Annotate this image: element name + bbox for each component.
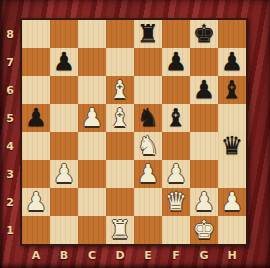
file-label-h: H: [218, 246, 246, 264]
white-knight-e4[interactable]: ♞: [137, 132, 159, 160]
square-c7[interactable]: [78, 48, 106, 76]
rank-label-6: 6: [0, 76, 20, 104]
square-e1[interactable]: [134, 216, 162, 244]
black-knight-e5[interactable]: ♞: [137, 104, 159, 132]
chess-board-window: 87654321 ♜♚♟♟♟♝♟♝♟♟♝♞♝♞♛♟♟♟♟♛♟♟♜♚ ABCDEF…: [0, 0, 270, 268]
square-b8[interactable]: [50, 20, 78, 48]
square-d5[interactable]: ♝: [106, 104, 134, 132]
black-pawn-a5[interactable]: ♟: [25, 104, 47, 132]
square-c2[interactable]: [78, 188, 106, 216]
square-e7[interactable]: [134, 48, 162, 76]
square-d1[interactable]: ♜: [106, 216, 134, 244]
black-pawn-h7[interactable]: ♟: [221, 48, 243, 76]
rank-label-2: 2: [0, 188, 20, 216]
square-e4[interactable]: ♞: [134, 132, 162, 160]
black-pawn-g6[interactable]: ♟: [193, 76, 215, 104]
rank-label-8: 8: [0, 20, 20, 48]
square-h2[interactable]: ♟: [218, 188, 246, 216]
square-d6[interactable]: ♝: [106, 76, 134, 104]
square-g5[interactable]: [190, 104, 218, 132]
square-a2[interactable]: ♟: [22, 188, 50, 216]
white-bishop-d6[interactable]: ♝: [109, 76, 131, 104]
square-b4[interactable]: [50, 132, 78, 160]
white-pawn-a2[interactable]: ♟: [25, 188, 47, 216]
file-label-g: G: [190, 246, 218, 264]
square-a1[interactable]: [22, 216, 50, 244]
file-label-f: F: [162, 246, 190, 264]
black-pawn-b7[interactable]: ♟: [53, 48, 75, 76]
file-labels: ABCDEFGH: [22, 246, 246, 264]
square-d4[interactable]: [106, 132, 134, 160]
square-b3[interactable]: ♟: [50, 160, 78, 188]
square-g2[interactable]: ♟: [190, 188, 218, 216]
square-f8[interactable]: [162, 20, 190, 48]
white-rook-d1[interactable]: ♜: [109, 216, 131, 244]
square-h1[interactable]: [218, 216, 246, 244]
square-f1[interactable]: [162, 216, 190, 244]
black-bishop-f5[interactable]: ♝: [165, 104, 187, 132]
square-h8[interactable]: [218, 20, 246, 48]
black-rook-e8[interactable]: ♜: [137, 20, 159, 48]
square-c6[interactable]: [78, 76, 106, 104]
square-h5[interactable]: [218, 104, 246, 132]
white-pawn-b3[interactable]: ♟: [53, 160, 75, 188]
black-bishop-h6[interactable]: ♝: [221, 76, 243, 104]
rank-label-7: 7: [0, 48, 20, 76]
white-pawn-h2[interactable]: ♟: [221, 188, 243, 216]
square-c4[interactable]: [78, 132, 106, 160]
square-b5[interactable]: [50, 104, 78, 132]
file-label-a: A: [22, 246, 50, 264]
white-pawn-f3[interactable]: ♟: [165, 160, 187, 188]
square-d2[interactable]: [106, 188, 134, 216]
file-label-c: C: [78, 246, 106, 264]
square-c8[interactable]: [78, 20, 106, 48]
square-b7[interactable]: ♟: [50, 48, 78, 76]
square-g6[interactable]: ♟: [190, 76, 218, 104]
white-pawn-c5[interactable]: ♟: [81, 104, 103, 132]
white-pawn-g2[interactable]: ♟: [193, 188, 215, 216]
rank-labels: 87654321: [0, 20, 20, 244]
chess-board[interactable]: ♜♚♟♟♟♝♟♝♟♟♝♞♝♞♛♟♟♟♟♛♟♟♜♚: [20, 18, 248, 246]
rank-label-5: 5: [0, 104, 20, 132]
square-e6[interactable]: [134, 76, 162, 104]
square-c3[interactable]: [78, 160, 106, 188]
square-a3[interactable]: [22, 160, 50, 188]
rank-label-3: 3: [0, 160, 20, 188]
square-f3[interactable]: ♟: [162, 160, 190, 188]
square-a7[interactable]: [22, 48, 50, 76]
file-label-e: E: [134, 246, 162, 264]
square-f6[interactable]: [162, 76, 190, 104]
square-a6[interactable]: [22, 76, 50, 104]
square-g7[interactable]: [190, 48, 218, 76]
white-pawn-e3[interactable]: ♟: [137, 160, 159, 188]
file-label-d: D: [106, 246, 134, 264]
square-h6[interactable]: ♝: [218, 76, 246, 104]
square-e3[interactable]: ♟: [134, 160, 162, 188]
square-b1[interactable]: [50, 216, 78, 244]
square-f5[interactable]: ♝: [162, 104, 190, 132]
white-king-g1[interactable]: ♚: [193, 216, 215, 244]
black-king-g8[interactable]: ♚: [193, 20, 215, 48]
white-bishop-d5[interactable]: ♝: [109, 104, 131, 132]
black-pawn-f7[interactable]: ♟: [165, 48, 187, 76]
square-h7[interactable]: ♟: [218, 48, 246, 76]
rank-label-1: 1: [0, 216, 20, 244]
square-h3[interactable]: [218, 160, 246, 188]
square-g4[interactable]: [190, 132, 218, 160]
square-d8[interactable]: [106, 20, 134, 48]
square-b2[interactable]: [50, 188, 78, 216]
rank-label-4: 4: [0, 132, 20, 160]
square-a4[interactable]: [22, 132, 50, 160]
square-g1[interactable]: ♚: [190, 216, 218, 244]
square-d7[interactable]: [106, 48, 134, 76]
black-queen-h4[interactable]: ♛: [221, 132, 243, 160]
square-c1[interactable]: [78, 216, 106, 244]
square-f2[interactable]: ♛: [162, 188, 190, 216]
square-f4[interactable]: [162, 132, 190, 160]
square-f7[interactable]: ♟: [162, 48, 190, 76]
square-c5[interactable]: ♟: [78, 104, 106, 132]
white-queen-f2[interactable]: ♛: [165, 188, 187, 216]
square-a8[interactable]: [22, 20, 50, 48]
square-g3[interactable]: [190, 160, 218, 188]
square-e5[interactable]: ♞: [134, 104, 162, 132]
square-e2[interactable]: [134, 188, 162, 216]
square-a5[interactable]: ♟: [22, 104, 50, 132]
square-h4[interactable]: ♛: [218, 132, 246, 160]
square-b6[interactable]: [50, 76, 78, 104]
square-e8[interactable]: ♜: [134, 20, 162, 48]
square-g8[interactable]: ♚: [190, 20, 218, 48]
file-label-b: B: [50, 246, 78, 264]
square-d3[interactable]: [106, 160, 134, 188]
